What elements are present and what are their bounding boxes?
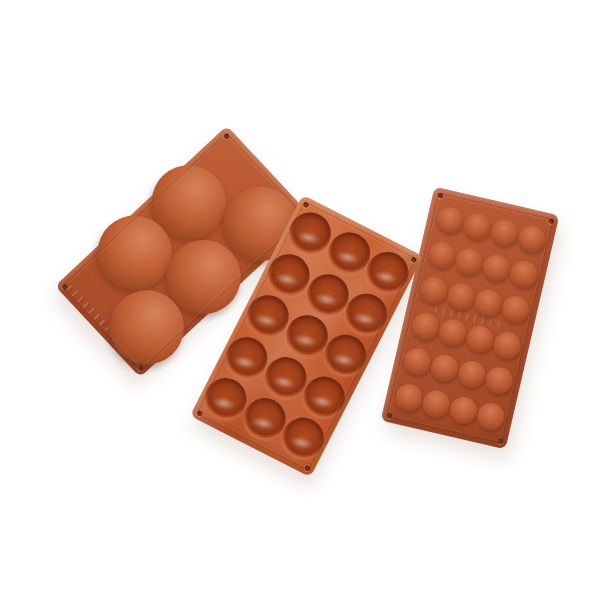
hemisphere-dome [428, 352, 460, 384]
hemisphere-dome [452, 245, 484, 277]
corner-hole [196, 409, 203, 416]
hemisphere-dome [482, 364, 514, 396]
corner-hole [302, 201, 309, 208]
mold-small-24-domes [381, 187, 560, 450]
hemisphere-dome [491, 329, 523, 361]
corner-hole [548, 218, 554, 224]
corner-hole [223, 132, 230, 139]
hemisphere-dome [488, 216, 520, 248]
hemisphere-dome [409, 310, 441, 342]
dome-array-small [435, 187, 560, 216]
hemisphere-dome [417, 275, 449, 307]
corner-hole [137, 364, 144, 371]
product-photo-stage [0, 0, 600, 600]
hemisphere-dome [392, 381, 424, 413]
hemisphere-dome [447, 394, 479, 426]
hemisphere-dome [461, 210, 493, 242]
corner-hole [437, 192, 443, 198]
hemisphere-dome [455, 358, 487, 390]
corner-hole [410, 256, 417, 263]
hemisphere-dome [480, 252, 512, 284]
hemisphere-dome [499, 294, 531, 326]
hemisphere-dome [463, 323, 495, 355]
hemisphere-dome [425, 239, 457, 271]
hemisphere-dome [474, 400, 506, 432]
hemisphere-dome [507, 258, 539, 290]
embossed-brand-text [66, 284, 111, 331]
corner-hole [386, 412, 392, 418]
cup-array-medium [303, 195, 423, 256]
hemisphere-dome [515, 223, 547, 255]
hemisphere-dome [436, 316, 468, 348]
hemisphere-dome [420, 387, 452, 419]
hemisphere-dome [433, 204, 465, 236]
corner-hole [304, 464, 311, 471]
corner-hole [497, 438, 503, 444]
hemisphere-dome [401, 346, 433, 378]
